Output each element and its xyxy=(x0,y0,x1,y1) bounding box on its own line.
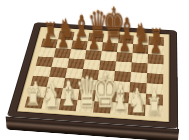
white-bishop-f1[interactable]: ♝ xyxy=(110,81,127,115)
black-pawn-a7[interactable]: ♟ xyxy=(40,31,55,49)
square-a5[interactable] xyxy=(36,56,54,66)
black-pawn-c7[interactable]: ♟ xyxy=(71,33,86,51)
black-pawn-d7[interactable]: ♟ xyxy=(86,34,101,52)
chess-board: ♜♞♝♛♚♝♞♜♟♟♟♟♟♟♟♟♟♟♟♟♟♟♟♟♜♞♝♛♚♝♞♜ xyxy=(25,30,164,117)
square-g5[interactable] xyxy=(131,62,148,73)
black-pawn-f7[interactable]: ♟ xyxy=(117,35,132,53)
black-pawn-g7[interactable]: ♟ xyxy=(132,36,148,54)
square-h4[interactable] xyxy=(147,73,164,84)
board-inlay-border: ♜♞♝♛♚♝♞♜♟♟♟♟♟♟♟♟♟♟♟♟♟♟♟♟♜♞♝♛♚♝♞♜ xyxy=(17,27,170,122)
square-e1[interactable]: ♚ xyxy=(93,101,112,113)
white-rook-h1[interactable]: ♜ xyxy=(145,95,163,118)
board-frame: ♜♞♝♛♚♝♞♜♟♟♟♟♟♟♟♟♟♟♟♟♟♟♟♟♜♞♝♛♚♝♞♜ xyxy=(7,22,178,129)
white-knight-b1[interactable]: ♞ xyxy=(41,81,58,111)
square-g1[interactable]: ♞ xyxy=(128,103,146,116)
chess-box: ♜♞♝♛♚♝♞♜♟♟♟♟♟♟♟♟♟♟♟♟♟♟♟♟♜♞♝♛♚♝♞♜ xyxy=(7,22,178,129)
perspective-stage: ♜♞♝♛♚♝♞♜♟♟♟♟♟♟♟♟♟♟♟♟♟♟♟♟♜♞♝♛♚♝♞♜ xyxy=(8,16,189,124)
white-bishop-c1[interactable]: ♝ xyxy=(58,78,75,112)
white-rook-a1[interactable]: ♜ xyxy=(24,87,41,110)
black-pawn-h7[interactable]: ♟ xyxy=(148,37,164,55)
square-h7[interactable]: ♟ xyxy=(148,45,164,55)
black-pawn-e7[interactable]: ♟ xyxy=(101,35,116,53)
square-g7[interactable]: ♟ xyxy=(133,44,149,54)
square-f1[interactable]: ♝ xyxy=(110,102,128,115)
white-knight-g1[interactable]: ♞ xyxy=(128,87,145,117)
white-king-e1[interactable]: ♚ xyxy=(93,66,110,114)
square-h1[interactable]: ♜ xyxy=(145,105,163,118)
square-d7[interactable]: ♟ xyxy=(86,41,103,51)
square-h5[interactable] xyxy=(147,63,163,74)
black-pawn-b7[interactable]: ♟ xyxy=(56,32,71,50)
white-queen-d1[interactable]: ♛ xyxy=(75,71,92,113)
square-e7[interactable]: ♟ xyxy=(102,42,118,52)
square-f7[interactable]: ♟ xyxy=(117,43,133,53)
chess-set-product-photo: ♜♞♝♛♚♝♞♜♟♟♟♟♟♟♟♟♟♟♟♟♟♟♟♟♜♞♝♛♚♝♞♜ xyxy=(0,0,189,140)
